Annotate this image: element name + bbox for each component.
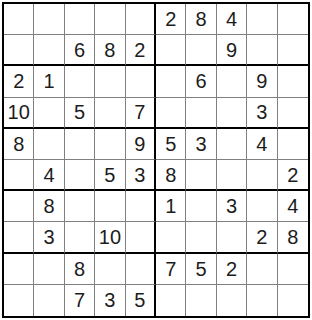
grid-cell-r6c4[interactable]: 5 xyxy=(95,160,125,191)
grid-cell-r9c2[interactable] xyxy=(34,254,64,285)
grid-cell-r3c9[interactable]: 9 xyxy=(247,66,277,97)
grid-cell-r3c8[interactable] xyxy=(217,66,247,97)
grid-cell-r1c1[interactable] xyxy=(4,4,34,35)
grid-cell-r7c4[interactable] xyxy=(95,191,125,222)
grid-cell-r10c3[interactable]: 7 xyxy=(65,285,95,316)
grid-cell-r4c4[interactable] xyxy=(95,98,125,129)
grid-cell-r10c2[interactable] xyxy=(34,285,64,316)
grid-cell-r2c4[interactable]: 8 xyxy=(95,35,125,66)
grid-cell-r7c6[interactable]: 1 xyxy=(156,191,186,222)
grid-cell-r9c4[interactable] xyxy=(95,254,125,285)
grid-cell-r9c9[interactable] xyxy=(247,254,277,285)
grid-cell-r7c3[interactable] xyxy=(65,191,95,222)
grid-cell-r8c1[interactable] xyxy=(4,222,34,253)
grid-cell-r10c8[interactable] xyxy=(217,285,247,316)
grid-cell-r3c7[interactable]: 6 xyxy=(186,66,216,97)
grid-cell-r7c2[interactable]: 8 xyxy=(34,191,64,222)
grid-cell-r2c2[interactable] xyxy=(34,35,64,66)
grid-cell-r9c7[interactable]: 5 xyxy=(186,254,216,285)
grid-cell-r8c6[interactable] xyxy=(156,222,186,253)
grid-cell-r8c7[interactable] xyxy=(186,222,216,253)
grid-cell-r6c5[interactable]: 3 xyxy=(126,160,156,191)
grid-cell-r6c3[interactable] xyxy=(65,160,95,191)
grid-cell-r2c1[interactable] xyxy=(4,35,34,66)
grid-cell-r6c1[interactable] xyxy=(4,160,34,191)
grid-cell-r4c8[interactable] xyxy=(217,98,247,129)
grid-cell-r7c5[interactable] xyxy=(126,191,156,222)
grid-cell-r4c9[interactable]: 3 xyxy=(247,98,277,129)
grid-cell-r10c7[interactable] xyxy=(186,285,216,316)
grid-cell-r3c1[interactable]: 2 xyxy=(4,66,34,97)
grid-cell-r7c10[interactable]: 4 xyxy=(278,191,308,222)
grid-cell-r4c5[interactable]: 7 xyxy=(126,98,156,129)
grid-cell-r4c6[interactable] xyxy=(156,98,186,129)
grid-cell-r1c2[interactable] xyxy=(34,4,64,35)
grid-cell-r5c8[interactable] xyxy=(217,129,247,160)
grid-cell-r6c7[interactable] xyxy=(186,160,216,191)
grid-cell-r10c5[interactable]: 5 xyxy=(126,285,156,316)
grid-cell-r4c7[interactable] xyxy=(186,98,216,129)
board-wrapper: 2846829216910573895344538281343102887527… xyxy=(0,0,312,320)
grid-cell-r5c6[interactable]: 5 xyxy=(156,129,186,160)
grid-cell-r6c9[interactable] xyxy=(247,160,277,191)
grid-cell-r1c5[interactable] xyxy=(126,4,156,35)
grid-cell-r9c6[interactable]: 7 xyxy=(156,254,186,285)
grid-cell-r3c6[interactable] xyxy=(156,66,186,97)
grid-cell-r6c8[interactable] xyxy=(217,160,247,191)
grid-cell-r3c5[interactable] xyxy=(126,66,156,97)
grid-cell-r9c5[interactable] xyxy=(126,254,156,285)
grid-cell-r3c4[interactable] xyxy=(95,66,125,97)
grid-cell-r10c6[interactable] xyxy=(156,285,186,316)
grid-cell-r2c10[interactable] xyxy=(278,35,308,66)
grid-cell-r9c10[interactable] xyxy=(278,254,308,285)
grid-cell-r7c9[interactable] xyxy=(247,191,277,222)
grid-cell-r6c6[interactable]: 8 xyxy=(156,160,186,191)
grid-cell-r8c9[interactable]: 2 xyxy=(247,222,277,253)
grid-cell-r2c3[interactable]: 6 xyxy=(65,35,95,66)
grid-cell-r8c10[interactable]: 8 xyxy=(278,222,308,253)
grid-cell-r7c1[interactable] xyxy=(4,191,34,222)
grid-cell-r4c3[interactable]: 5 xyxy=(65,98,95,129)
grid-cell-r2c9[interactable] xyxy=(247,35,277,66)
grid-cell-r5c7[interactable]: 3 xyxy=(186,129,216,160)
grid-cell-r8c8[interactable] xyxy=(217,222,247,253)
grid-cell-r8c3[interactable] xyxy=(65,222,95,253)
grid-cell-r2c8[interactable]: 9 xyxy=(217,35,247,66)
grid-cell-r10c9[interactable] xyxy=(247,285,277,316)
grid-cell-r6c10[interactable]: 2 xyxy=(278,160,308,191)
grid-cell-r8c5[interactable] xyxy=(126,222,156,253)
grid-cell-r3c10[interactable] xyxy=(278,66,308,97)
grid-cell-r7c8[interactable]: 3 xyxy=(217,191,247,222)
grid-cell-r10c10[interactable] xyxy=(278,285,308,316)
grid-cell-r9c3[interactable]: 8 xyxy=(65,254,95,285)
grid-cell-r10c4[interactable]: 3 xyxy=(95,285,125,316)
grid-cell-r2c5[interactable]: 2 xyxy=(126,35,156,66)
grid-cell-r3c3[interactable] xyxy=(65,66,95,97)
sudoku-board: 2846829216910573895344538281343102887527… xyxy=(2,2,310,318)
grid-cell-r8c4[interactable]: 10 xyxy=(95,222,125,253)
grid-cell-r9c8[interactable]: 2 xyxy=(217,254,247,285)
grid-cell-r8c2[interactable]: 3 xyxy=(34,222,64,253)
grid-cell-r1c10[interactable] xyxy=(278,4,308,35)
grid-cell-r2c6[interactable] xyxy=(156,35,186,66)
grid-cell-r2c7[interactable] xyxy=(186,35,216,66)
grid-cell-r5c9[interactable]: 4 xyxy=(247,129,277,160)
grid-cell-r9c1[interactable] xyxy=(4,254,34,285)
grid-cell-r5c2[interactable] xyxy=(34,129,64,160)
grid-cell-r5c5[interactable]: 9 xyxy=(126,129,156,160)
grid-cell-r5c4[interactable] xyxy=(95,129,125,160)
grid-cell-r1c8[interactable]: 4 xyxy=(217,4,247,35)
grid-cell-r5c3[interactable] xyxy=(65,129,95,160)
grid-cell-r4c10[interactable] xyxy=(278,98,308,129)
grid-cell-r1c3[interactable] xyxy=(65,4,95,35)
grid-cell-r7c7[interactable] xyxy=(186,191,216,222)
grid-cell-r10c1[interactable] xyxy=(4,285,34,316)
grid-cell-r4c1[interactable]: 10 xyxy=(4,98,34,129)
grid-cell-r5c1[interactable]: 8 xyxy=(4,129,34,160)
grid-cell-r1c6[interactable]: 2 xyxy=(156,4,186,35)
grid-cell-r3c2[interactable]: 1 xyxy=(34,66,64,97)
grid-cell-r1c4[interactable] xyxy=(95,4,125,35)
grid-cell-r6c2[interactable]: 4 xyxy=(34,160,64,191)
grid-cell-r4c2[interactable] xyxy=(34,98,64,129)
grid-cell-r1c9[interactable] xyxy=(247,4,277,35)
grid-cell-r5c10[interactable] xyxy=(278,129,308,160)
grid-cell-r1c7[interactable]: 8 xyxy=(186,4,216,35)
